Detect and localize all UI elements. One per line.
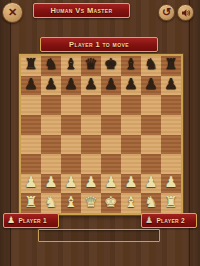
square-a8[interactable]: ♜	[21, 56, 41, 76]
square-e6[interactable]	[101, 95, 121, 115]
square-f6[interactable]	[121, 95, 141, 115]
square-b2[interactable]: ♟	[41, 174, 61, 194]
piece-black-pawn[interactable]: ♟	[104, 77, 117, 92]
square-d2[interactable]: ♟	[81, 174, 101, 194]
piece-black-pawn[interactable]: ♟	[144, 77, 157, 92]
square-b4[interactable]	[41, 135, 61, 155]
square-f3[interactable]	[121, 154, 141, 174]
square-a6[interactable]	[21, 95, 41, 115]
square-a2[interactable]: ♟	[21, 174, 41, 194]
square-e2[interactable]: ♟	[101, 174, 121, 194]
square-c8[interactable]: ♝	[61, 56, 81, 76]
square-a3[interactable]	[21, 154, 41, 174]
square-d7[interactable]: ♟	[81, 76, 101, 96]
square-g4[interactable]	[141, 135, 161, 155]
match-title-banner: Human Vs Master	[33, 3, 130, 18]
square-a4[interactable]	[21, 135, 41, 155]
speaker-icon	[181, 8, 191, 18]
piece-black-rook[interactable]: ♜	[24, 57, 37, 72]
square-b8[interactable]: ♞	[41, 56, 61, 76]
square-c2[interactable]: ♟	[61, 174, 81, 194]
piece-black-pawn[interactable]: ♟	[64, 77, 77, 92]
square-b7[interactable]: ♟	[41, 76, 61, 96]
square-f8[interactable]: ♝	[121, 56, 141, 76]
captured-pieces-tray	[38, 229, 160, 242]
square-f4[interactable]	[121, 135, 141, 155]
piece-white-pawn[interactable]: ♟	[164, 175, 177, 190]
piece-black-rook[interactable]: ♜	[164, 57, 177, 72]
piece-white-rook[interactable]: ♜	[24, 195, 37, 210]
square-h8[interactable]: ♜	[161, 56, 181, 76]
piece-black-bishop[interactable]: ♝	[64, 57, 77, 72]
square-h6[interactable]	[161, 95, 181, 115]
piece-white-pawn[interactable]: ♟	[104, 175, 117, 190]
square-g3[interactable]	[141, 154, 161, 174]
piece-white-pawn[interactable]: ♟	[84, 175, 97, 190]
square-g1[interactable]: ♞	[141, 193, 161, 213]
player1-label: Player 1	[18, 217, 47, 224]
square-d1[interactable]: ♛	[81, 193, 101, 213]
match-title: Human Vs Master	[50, 6, 112, 15]
square-h2[interactable]: ♟	[161, 174, 181, 194]
player2-pawn-icon: ♟	[145, 216, 153, 225]
piece-black-pawn[interactable]: ♟	[44, 77, 57, 92]
undo-button[interactable]: ↺	[158, 4, 175, 21]
chess-board: ♜♞♝♛♚♝♞♜♟♟♟♟♟♟♟♟♟♟♟♟♟♟♟♟♜♞♝♛♚♝♞♜	[19, 54, 183, 215]
player1-badge: ♟ Player 1	[3, 213, 59, 228]
chess-app-screen: ✕ Human Vs Master ↺ Player 1 to move ♜♞♝…	[0, 0, 200, 266]
piece-black-knight[interactable]: ♞	[144, 57, 157, 72]
turn-status-banner: Player 1 to move	[40, 37, 158, 52]
piece-black-pawn[interactable]: ♟	[24, 77, 37, 92]
player1-pawn-icon: ♟	[7, 216, 15, 225]
piece-white-knight[interactable]: ♞	[144, 195, 157, 210]
square-c3[interactable]	[61, 154, 81, 174]
undo-icon: ↺	[162, 7, 171, 18]
square-h5[interactable]	[161, 115, 181, 135]
square-g7[interactable]: ♟	[141, 76, 161, 96]
piece-white-pawn[interactable]: ♟	[124, 175, 137, 190]
piece-white-pawn[interactable]: ♟	[24, 175, 37, 190]
square-b5[interactable]	[41, 115, 61, 135]
square-f5[interactable]	[121, 115, 141, 135]
square-d5[interactable]	[81, 115, 101, 135]
piece-white-queen[interactable]: ♛	[84, 195, 97, 210]
square-g2[interactable]: ♟	[141, 174, 161, 194]
close-button[interactable]: ✕	[2, 2, 23, 23]
player2-label: Player 2	[156, 217, 185, 224]
square-a1[interactable]: ♜	[21, 193, 41, 213]
piece-black-knight[interactable]: ♞	[44, 57, 57, 72]
square-g6[interactable]	[141, 95, 161, 115]
square-e4[interactable]	[101, 135, 121, 155]
piece-black-queen[interactable]: ♛	[84, 57, 97, 72]
square-e8[interactable]: ♚	[101, 56, 121, 76]
square-a5[interactable]	[21, 115, 41, 135]
square-c7[interactable]: ♟	[61, 76, 81, 96]
close-icon: ✕	[8, 6, 17, 19]
piece-black-king[interactable]: ♚	[104, 57, 117, 72]
square-h3[interactable]	[161, 154, 181, 174]
square-c4[interactable]	[61, 135, 81, 155]
square-h1[interactable]: ♜	[161, 193, 181, 213]
square-b1[interactable]: ♞	[41, 193, 61, 213]
piece-white-king[interactable]: ♚	[104, 195, 117, 210]
square-d6[interactable]	[81, 95, 101, 115]
piece-white-pawn[interactable]: ♟	[64, 175, 77, 190]
square-d8[interactable]: ♛	[81, 56, 101, 76]
piece-black-pawn[interactable]: ♟	[124, 77, 137, 92]
turn-status-text: Player 1 to move	[69, 40, 129, 49]
square-h7[interactable]: ♟	[161, 76, 181, 96]
square-b6[interactable]	[41, 95, 61, 115]
piece-white-knight[interactable]: ♞	[44, 195, 57, 210]
square-c1[interactable]: ♝	[61, 193, 81, 213]
square-a7[interactable]: ♟	[21, 76, 41, 96]
square-c5[interactable]	[61, 115, 81, 135]
piece-white-bishop[interactable]: ♝	[124, 195, 137, 210]
square-h4[interactable]	[161, 135, 181, 155]
square-f1[interactable]: ♝	[121, 193, 141, 213]
piece-black-pawn[interactable]: ♟	[164, 77, 177, 92]
player2-badge: ♟ Player 2	[141, 213, 197, 228]
square-d4[interactable]	[81, 135, 101, 155]
square-e5[interactable]	[101, 115, 121, 135]
square-d3[interactable]	[81, 154, 101, 174]
square-g8[interactable]: ♞	[141, 56, 161, 76]
piece-white-rook[interactable]: ♜	[164, 195, 177, 210]
sound-button[interactable]	[177, 4, 194, 21]
square-g5[interactable]	[141, 115, 161, 135]
square-b3[interactable]	[41, 154, 61, 174]
square-e7[interactable]: ♟	[101, 76, 121, 96]
piece-black-pawn[interactable]: ♟	[84, 77, 97, 92]
piece-black-bishop[interactable]: ♝	[124, 57, 137, 72]
piece-white-bishop[interactable]: ♝	[64, 195, 77, 210]
square-f2[interactable]: ♟	[121, 174, 141, 194]
piece-white-pawn[interactable]: ♟	[44, 175, 57, 190]
piece-white-pawn[interactable]: ♟	[144, 175, 157, 190]
square-e3[interactable]	[101, 154, 121, 174]
square-e1[interactable]: ♚	[101, 193, 121, 213]
square-f7[interactable]: ♟	[121, 76, 141, 96]
square-c6[interactable]	[61, 95, 81, 115]
